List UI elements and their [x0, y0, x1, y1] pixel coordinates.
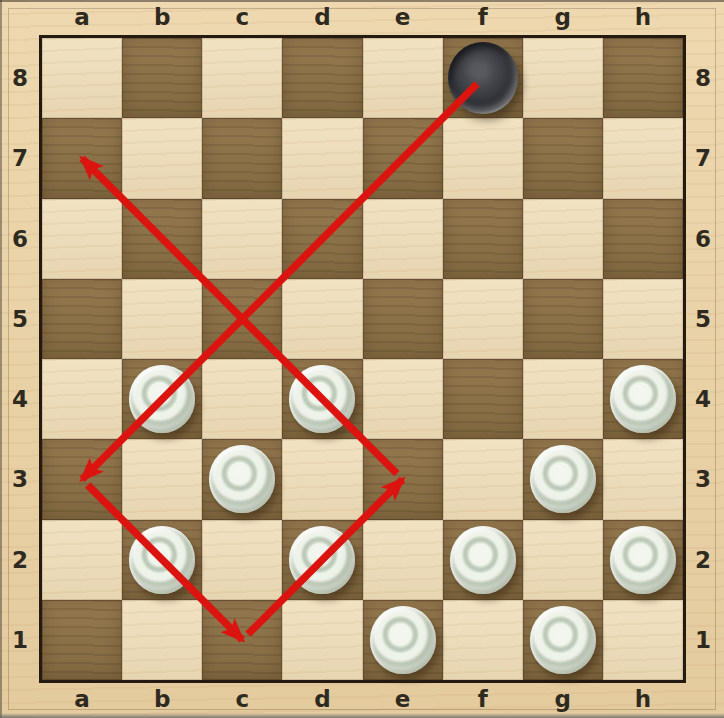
file-label-top-g: g [555, 6, 571, 29]
rank-label-left-6: 6 [12, 227, 28, 250]
square-a7[interactable] [42, 118, 122, 198]
rank-label-right-4: 4 [695, 388, 711, 411]
checkers-board-frame: aabbccddeeffgghh8877665544332211 [0, 0, 724, 718]
square-g7[interactable] [523, 118, 603, 198]
square-c4[interactable] [202, 359, 282, 439]
square-f6[interactable] [443, 199, 523, 279]
square-d5[interactable] [282, 279, 362, 359]
square-d3[interactable] [282, 439, 362, 519]
square-g2[interactable] [523, 520, 603, 600]
file-label-top-a: a [74, 6, 90, 29]
square-d6[interactable] [282, 199, 362, 279]
rank-label-right-2: 2 [695, 548, 711, 571]
square-a2[interactable] [42, 520, 122, 600]
square-g4[interactable] [523, 359, 603, 439]
square-c5[interactable] [202, 279, 282, 359]
file-label-top-e: e [395, 6, 411, 29]
square-a3[interactable] [42, 439, 122, 519]
rank-label-right-1: 1 [695, 628, 711, 651]
square-h1[interactable] [603, 600, 683, 680]
square-a5[interactable] [42, 279, 122, 359]
rank-label-right-5: 5 [695, 307, 711, 330]
square-a1[interactable] [42, 600, 122, 680]
square-d1[interactable] [282, 600, 362, 680]
square-c2[interactable] [202, 520, 282, 600]
piece-black-f8[interactable] [448, 42, 518, 114]
piece-white-h4[interactable] [610, 365, 676, 433]
square-c7[interactable] [202, 118, 282, 198]
square-h8[interactable] [603, 38, 683, 118]
rank-label-right-3: 3 [695, 468, 711, 491]
file-label-bottom-c: c [235, 688, 249, 711]
rank-label-left-7: 7 [12, 147, 28, 170]
file-label-bottom-h: h [635, 688, 651, 711]
file-label-bottom-g: g [555, 688, 571, 711]
square-e6[interactable] [363, 199, 443, 279]
file-label-top-h: h [635, 6, 651, 29]
square-h3[interactable] [603, 439, 683, 519]
square-f1[interactable] [443, 600, 523, 680]
square-f3[interactable] [443, 439, 523, 519]
square-a6[interactable] [42, 199, 122, 279]
rank-label-left-2: 2 [12, 548, 28, 571]
rank-label-left-1: 1 [12, 628, 28, 651]
square-a8[interactable] [42, 38, 122, 118]
square-e2[interactable] [363, 520, 443, 600]
piece-white-c3[interactable] [209, 445, 275, 513]
file-label-top-d: d [314, 6, 330, 29]
piece-white-d4[interactable] [289, 365, 355, 433]
frame-edge-top [0, 0, 724, 2]
square-h6[interactable] [603, 199, 683, 279]
file-label-bottom-e: e [395, 688, 411, 711]
square-b3[interactable] [122, 439, 202, 519]
piece-white-h2[interactable] [610, 526, 676, 594]
piece-white-f2[interactable] [450, 526, 516, 594]
rank-label-left-8: 8 [12, 67, 28, 90]
piece-white-d2[interactable] [289, 526, 355, 594]
square-b1[interactable] [122, 600, 202, 680]
square-e8[interactable] [363, 38, 443, 118]
rank-label-right-6: 6 [695, 227, 711, 250]
rank-label-right-8: 8 [695, 67, 711, 90]
file-label-top-c: c [235, 6, 249, 29]
square-c1[interactable] [202, 600, 282, 680]
square-e7[interactable] [363, 118, 443, 198]
square-b8[interactable] [122, 38, 202, 118]
piece-white-g3[interactable] [530, 445, 596, 513]
square-b7[interactable] [122, 118, 202, 198]
square-c6[interactable] [202, 199, 282, 279]
square-c8[interactable] [202, 38, 282, 118]
square-g6[interactable] [523, 199, 603, 279]
square-b6[interactable] [122, 199, 202, 279]
square-f7[interactable] [443, 118, 523, 198]
square-b5[interactable] [122, 279, 202, 359]
piece-white-b4[interactable] [129, 365, 195, 433]
square-f4[interactable] [443, 359, 523, 439]
piece-white-g1[interactable] [530, 606, 596, 674]
square-e4[interactable] [363, 359, 443, 439]
square-g8[interactable] [523, 38, 603, 118]
file-label-bottom-d: d [314, 688, 330, 711]
square-h7[interactable] [603, 118, 683, 198]
square-e3[interactable] [363, 439, 443, 519]
file-label-top-b: b [154, 6, 170, 29]
square-a4[interactable] [42, 359, 122, 439]
file-label-bottom-a: a [74, 688, 90, 711]
square-d7[interactable] [282, 118, 362, 198]
file-label-top-f: f [478, 6, 488, 29]
rank-label-left-3: 3 [12, 468, 28, 491]
piece-white-e1[interactable] [370, 606, 436, 674]
square-e5[interactable] [363, 279, 443, 359]
file-label-bottom-b: b [154, 688, 170, 711]
square-g5[interactable] [523, 279, 603, 359]
square-f5[interactable] [443, 279, 523, 359]
square-h5[interactable] [603, 279, 683, 359]
file-label-bottom-f: f [478, 688, 488, 711]
rank-label-right-7: 7 [695, 147, 711, 170]
rank-label-left-5: 5 [12, 307, 28, 330]
square-d8[interactable] [282, 38, 362, 118]
piece-white-b2[interactable] [129, 526, 195, 594]
rank-label-left-4: 4 [12, 388, 28, 411]
frame-edge-left [0, 0, 2, 718]
frame-edge-bottom [0, 713, 724, 718]
